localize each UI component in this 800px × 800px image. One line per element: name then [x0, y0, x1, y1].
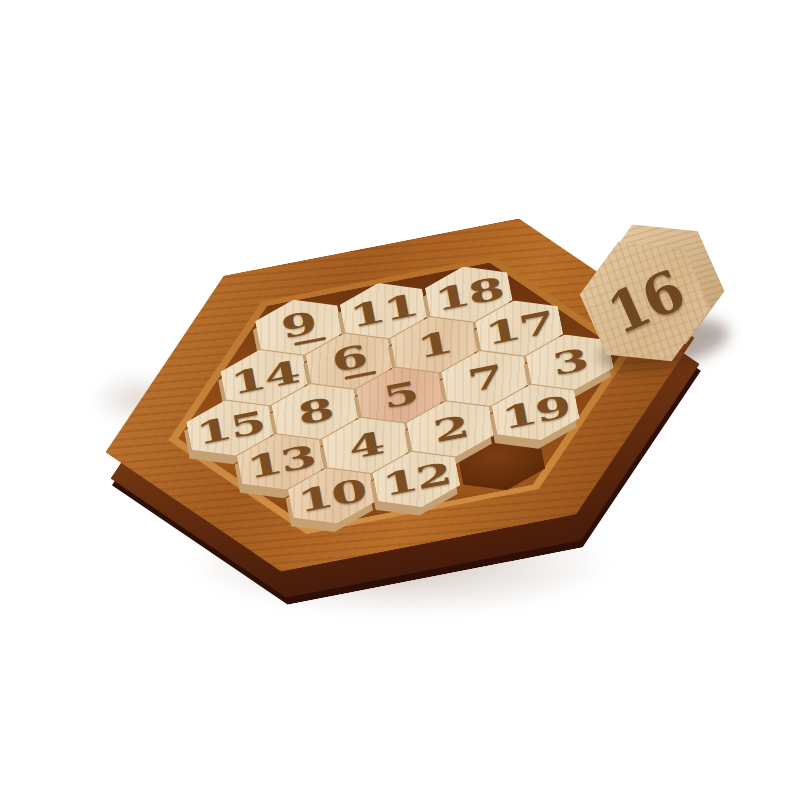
product-photo: 911181461171585731342191012 16: [0, 0, 800, 800]
tile-3-label: 3: [550, 344, 589, 380]
tile-10-label: 10: [295, 474, 368, 517]
tile-16-label: 16: [600, 261, 690, 342]
tile-2-label: 2: [431, 411, 470, 447]
tile-12-label: 12: [380, 458, 453, 501]
tile-6-label: 6: [329, 341, 368, 377]
tile-9-label: 9: [279, 307, 318, 343]
tile-19-label: 19: [499, 391, 572, 434]
